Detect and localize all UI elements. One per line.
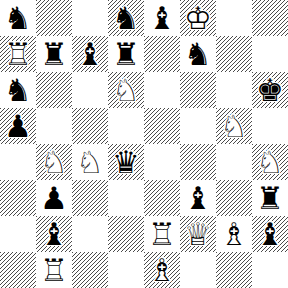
square-c6[interactable] <box>72 72 108 108</box>
square-a2[interactable] <box>0 216 36 252</box>
square-b2[interactable]: ♝♝ <box>36 216 72 252</box>
square-h6[interactable]: ♚♚ <box>252 72 288 108</box>
square-e1[interactable]: ♝♗ <box>144 252 180 288</box>
square-g1[interactable] <box>216 252 252 288</box>
square-d1[interactable] <box>108 252 144 288</box>
piece-glyph: ♝ <box>76 39 104 70</box>
square-a8[interactable]: ♞♞ <box>0 0 36 36</box>
square-a3[interactable] <box>0 180 36 216</box>
piece-glyph: ♟ <box>4 111 32 142</box>
square-a6[interactable]: ♞♞ <box>0 72 36 108</box>
square-g8[interactable] <box>216 0 252 36</box>
square-a1[interactable] <box>0 252 36 288</box>
square-h4[interactable]: ♞♘ <box>252 144 288 180</box>
square-c7[interactable]: ♝♝ <box>72 36 108 72</box>
piece-glyph: ♘ <box>112 75 140 106</box>
square-c8[interactable] <box>72 0 108 36</box>
black-rook-icon: ♜♜ <box>108 36 144 72</box>
square-d4[interactable]: ♛♛ <box>108 144 144 180</box>
square-e3[interactable] <box>144 180 180 216</box>
white-knight-icon: ♞♘ <box>72 144 108 180</box>
square-a5[interactable]: ♟♟ <box>0 108 36 144</box>
white-bishop-icon: ♝♗ <box>144 252 180 288</box>
piece-glyph: ♝ <box>184 183 212 214</box>
square-d3[interactable] <box>108 180 144 216</box>
piece-glyph: ♞ <box>184 39 212 70</box>
square-d8[interactable]: ♞♞ <box>108 0 144 36</box>
square-b4[interactable]: ♞♘ <box>36 144 72 180</box>
square-c4[interactable]: ♞♘ <box>72 144 108 180</box>
piece-glyph: ♝ <box>256 219 284 250</box>
square-e7[interactable] <box>144 36 180 72</box>
square-f8[interactable]: ♚♔ <box>180 0 216 36</box>
piece-glyph: ♘ <box>40 147 68 178</box>
piece-glyph: ♖ <box>4 39 32 70</box>
square-c5[interactable] <box>72 108 108 144</box>
black-knight-icon: ♞♞ <box>108 0 144 36</box>
square-f1[interactable] <box>180 252 216 288</box>
square-g5[interactable]: ♞♘ <box>216 108 252 144</box>
square-g4[interactable] <box>216 144 252 180</box>
black-bishop-icon: ♝♝ <box>72 36 108 72</box>
piece-glyph: ♞ <box>4 75 32 106</box>
square-h1[interactable] <box>252 252 288 288</box>
square-g2[interactable]: ♝♗ <box>216 216 252 252</box>
piece-glyph: ♟ <box>40 183 68 214</box>
piece-glyph: ♖ <box>40 255 68 286</box>
square-e5[interactable] <box>144 108 180 144</box>
piece-glyph: ♖ <box>148 219 176 250</box>
square-f7[interactable]: ♞♞ <box>180 36 216 72</box>
white-queen-icon: ♛♕ <box>180 216 216 252</box>
black-bishop-icon: ♝♝ <box>144 0 180 36</box>
square-b6[interactable] <box>36 72 72 108</box>
square-a4[interactable] <box>0 144 36 180</box>
square-h8[interactable] <box>252 0 288 36</box>
square-c3[interactable] <box>72 180 108 216</box>
black-pawn-icon: ♟♟ <box>0 108 36 144</box>
piece-glyph: ♜ <box>112 39 140 70</box>
piece-glyph: ♚ <box>256 75 284 106</box>
piece-glyph: ♝ <box>40 219 68 250</box>
white-rook-icon: ♜♖ <box>36 252 72 288</box>
square-h3[interactable]: ♜♜ <box>252 180 288 216</box>
piece-glyph: ♜ <box>40 39 68 70</box>
square-h2[interactable]: ♝♝ <box>252 216 288 252</box>
piece-glyph: ♘ <box>76 147 104 178</box>
piece-glyph: ♛ <box>112 147 140 178</box>
square-b5[interactable] <box>36 108 72 144</box>
piece-glyph: ♞ <box>112 3 140 34</box>
piece-glyph: ♞ <box>4 3 32 34</box>
piece-glyph: ♗ <box>148 255 176 286</box>
white-knight-icon: ♞♘ <box>252 144 288 180</box>
square-c1[interactable] <box>72 252 108 288</box>
black-bishop-icon: ♝♝ <box>180 180 216 216</box>
black-knight-icon: ♞♞ <box>0 0 36 36</box>
square-h7[interactable] <box>252 36 288 72</box>
square-b7[interactable]: ♜♜ <box>36 36 72 72</box>
square-e4[interactable] <box>144 144 180 180</box>
square-f5[interactable] <box>180 108 216 144</box>
square-a7[interactable]: ♜♖ <box>0 36 36 72</box>
black-knight-icon: ♞♞ <box>0 72 36 108</box>
black-bishop-icon: ♝♝ <box>252 216 288 252</box>
black-pawn-icon: ♟♟ <box>36 180 72 216</box>
black-bishop-icon: ♝♝ <box>36 216 72 252</box>
piece-glyph: ♝ <box>148 3 176 34</box>
square-f4[interactable] <box>180 144 216 180</box>
white-king-icon: ♚♔ <box>180 0 216 36</box>
piece-glyph: ♔ <box>184 3 212 34</box>
square-g7[interactable] <box>216 36 252 72</box>
white-bishop-icon: ♝♗ <box>216 216 252 252</box>
black-king-icon: ♚♚ <box>252 72 288 108</box>
square-g3[interactable] <box>216 180 252 216</box>
white-knight-icon: ♞♘ <box>36 144 72 180</box>
square-f6[interactable] <box>180 72 216 108</box>
square-f2[interactable]: ♛♕ <box>180 216 216 252</box>
square-d7[interactable]: ♜♜ <box>108 36 144 72</box>
square-f3[interactable]: ♝♝ <box>180 180 216 216</box>
piece-glyph: ♜ <box>256 183 284 214</box>
white-knight-icon: ♞♘ <box>216 108 252 144</box>
square-d5[interactable] <box>108 108 144 144</box>
square-e6[interactable] <box>144 72 180 108</box>
square-h5[interactable] <box>252 108 288 144</box>
white-knight-icon: ♞♘ <box>108 72 144 108</box>
square-c2[interactable] <box>72 216 108 252</box>
square-b3[interactable]: ♟♟ <box>36 180 72 216</box>
black-rook-icon: ♜♜ <box>36 36 72 72</box>
piece-glyph: ♘ <box>256 147 284 178</box>
piece-glyph: ♕ <box>184 219 212 250</box>
square-b1[interactable]: ♜♖ <box>36 252 72 288</box>
black-rook-icon: ♜♜ <box>252 180 288 216</box>
square-d6[interactable]: ♞♘ <box>108 72 144 108</box>
square-b8[interactable] <box>36 0 72 36</box>
square-g6[interactable] <box>216 72 252 108</box>
white-rook-icon: ♜♖ <box>144 216 180 252</box>
chess-board: ♞♞♞♞♝♝♚♔♜♖♜♜♝♝♜♜♞♞♞♞♞♘♚♚♟♟♞♘♞♘♞♘♛♛♞♘♟♟♝♝… <box>0 0 288 288</box>
black-queen-icon: ♛♛ <box>108 144 144 180</box>
square-e2[interactable]: ♜♖ <box>144 216 180 252</box>
piece-glyph: ♘ <box>220 111 248 142</box>
square-d2[interactable] <box>108 216 144 252</box>
white-rook-icon: ♜♖ <box>0 36 36 72</box>
square-e8[interactable]: ♝♝ <box>144 0 180 36</box>
piece-glyph: ♗ <box>220 219 248 250</box>
black-knight-icon: ♞♞ <box>180 36 216 72</box>
